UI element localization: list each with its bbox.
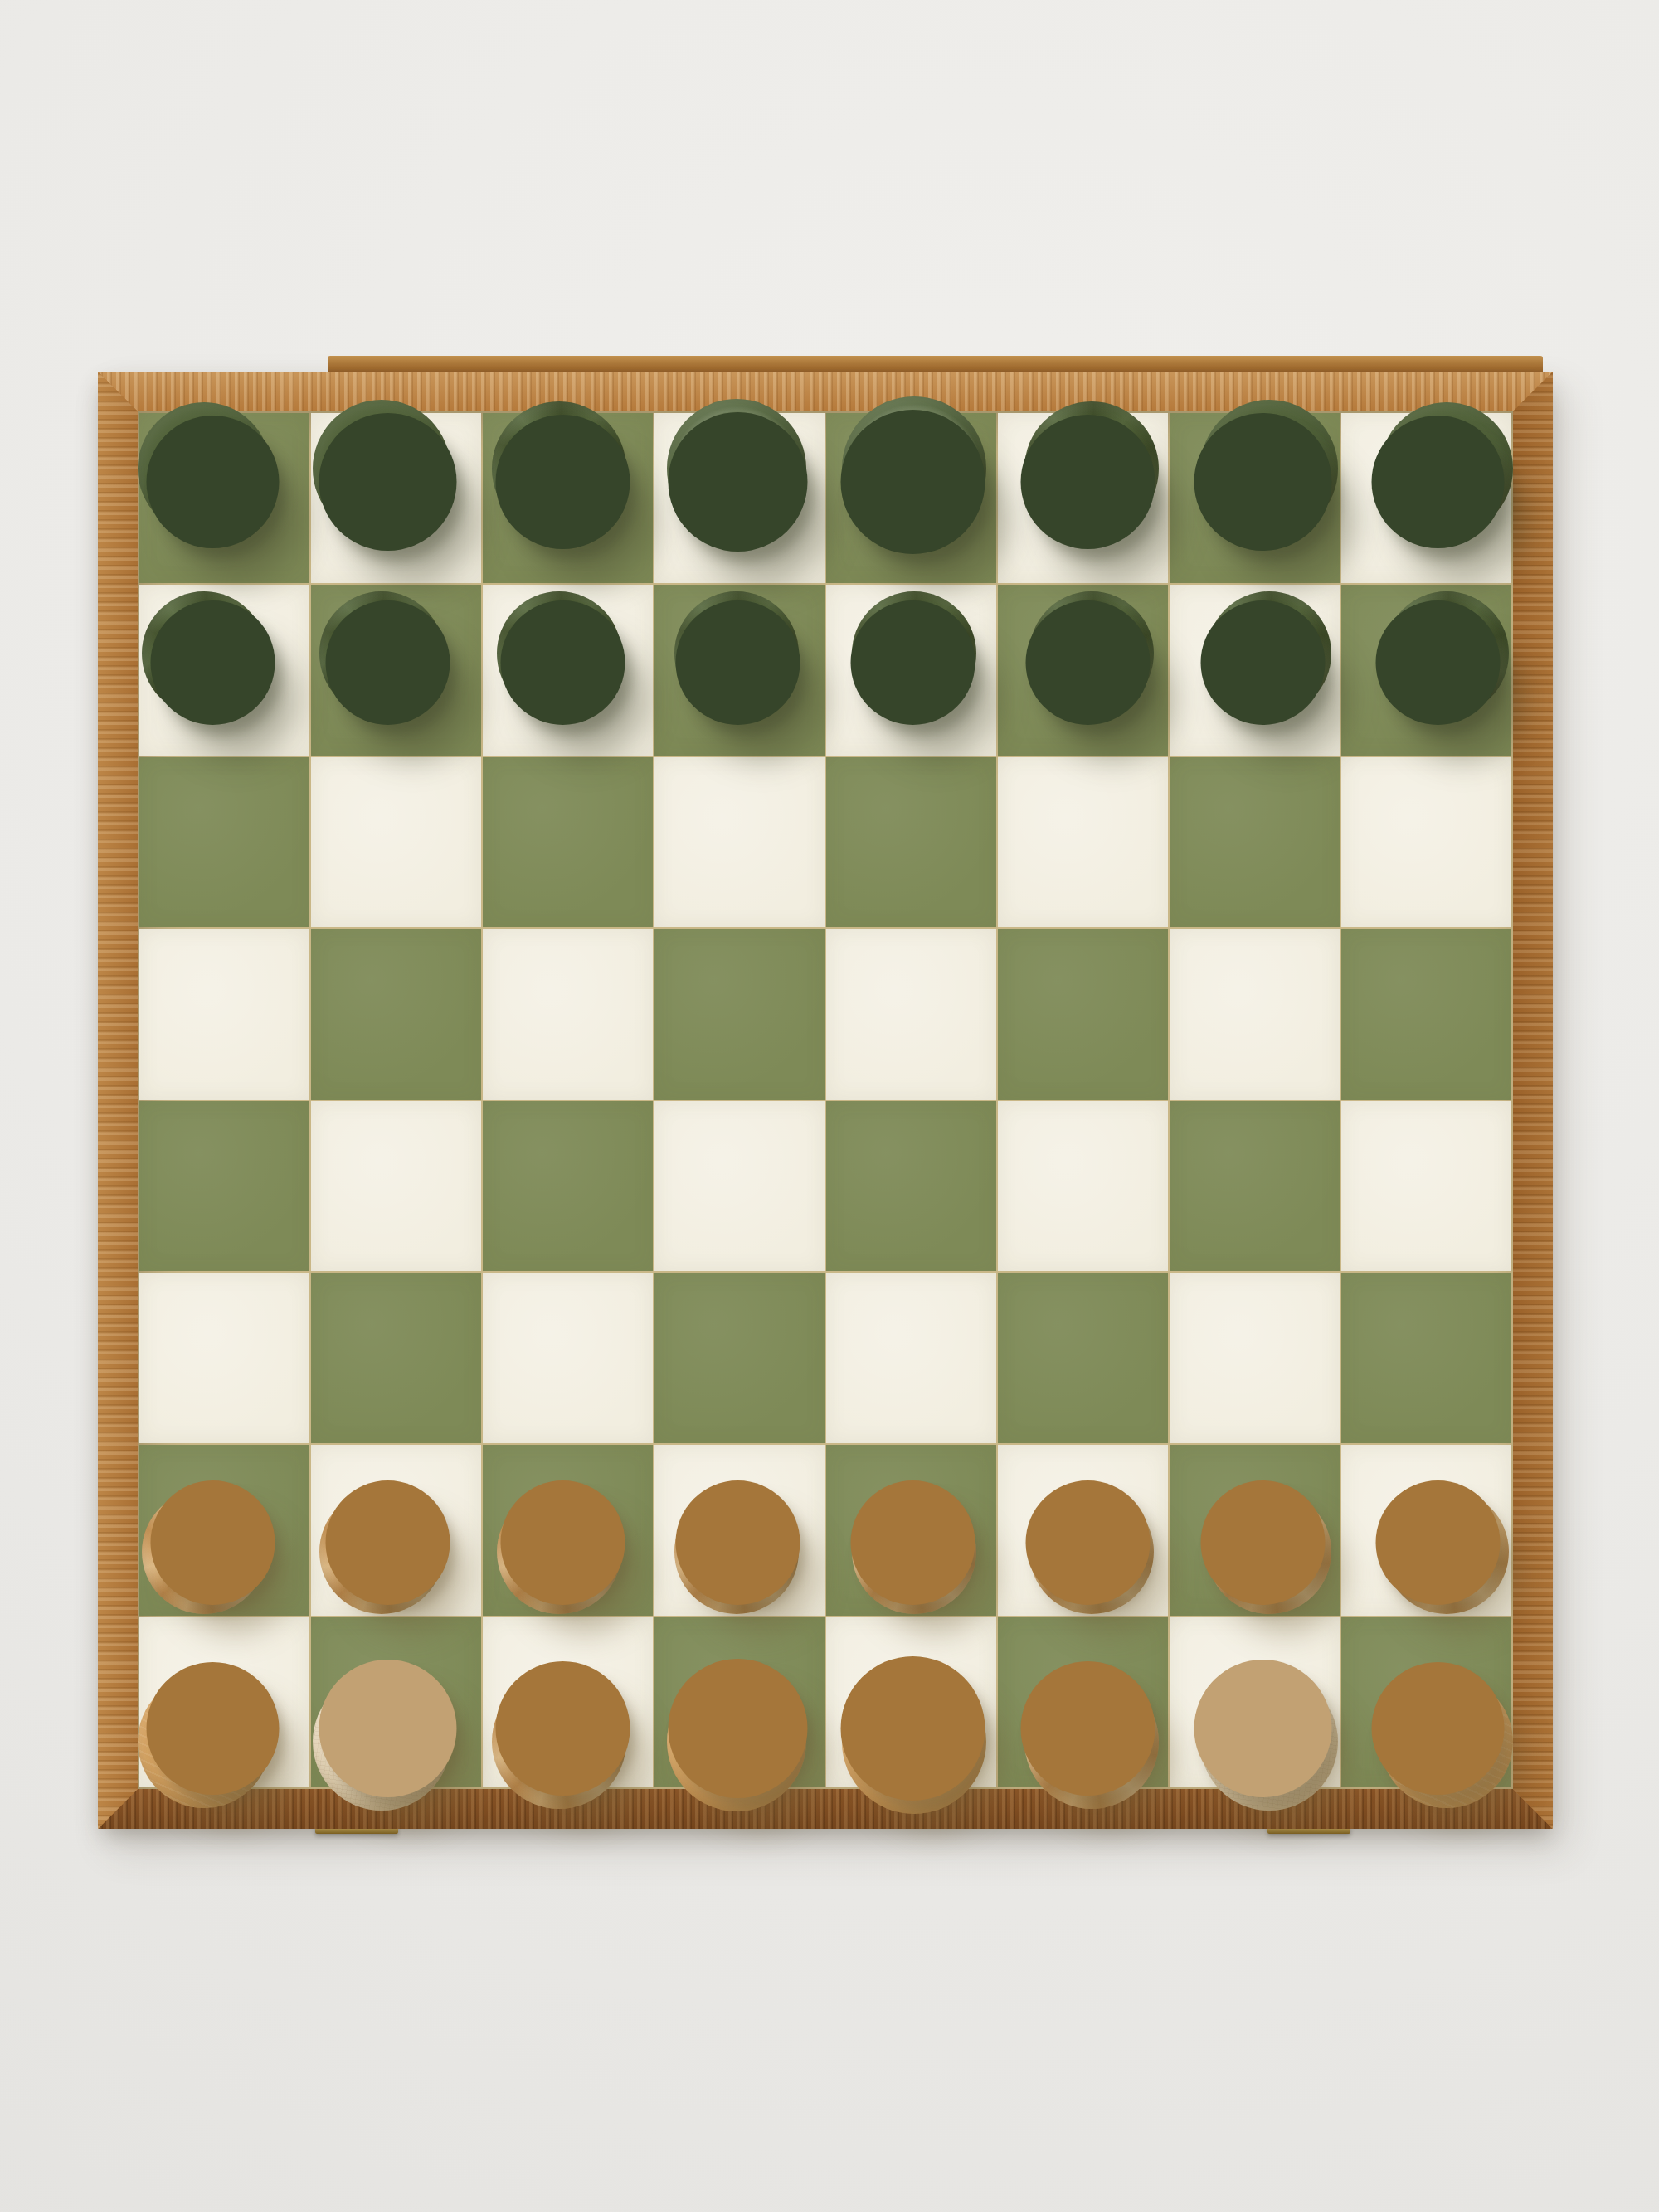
piece-black-queen-d8[interactable] xyxy=(667,399,806,538)
square-d5[interactable] xyxy=(654,929,825,1099)
square-c6[interactable] xyxy=(483,757,653,927)
frame-edge-top xyxy=(98,372,1553,411)
square-f4[interactable] xyxy=(998,1101,1168,1271)
square-e6[interactable] xyxy=(826,757,996,927)
square-c5[interactable] xyxy=(483,929,653,1099)
piece-white-knight-b1[interactable] xyxy=(313,1673,450,1811)
square-h5[interactable] xyxy=(1341,929,1511,1099)
square-b6[interactable] xyxy=(311,757,481,927)
piece-black-pawn-d7[interactable] xyxy=(674,591,799,716)
square-b4[interactable] xyxy=(311,1101,481,1271)
piece-white-pawn-e2[interactable] xyxy=(852,1490,976,1614)
piece-white-pawn-f2[interactable] xyxy=(1029,1490,1154,1614)
piece-white-bishop-c1[interactable] xyxy=(492,1675,626,1809)
square-a4[interactable] xyxy=(139,1101,309,1271)
piece-black-knight-g8[interactable] xyxy=(1200,400,1338,537)
square-a3[interactable] xyxy=(139,1273,309,1443)
piece-black-bishop-c8[interactable] xyxy=(492,401,626,536)
piece-black-rook-a8[interactable] xyxy=(138,402,270,535)
square-a5[interactable] xyxy=(139,929,309,1099)
frame-edge-bottom xyxy=(98,1789,1553,1829)
piece-black-pawn-f7[interactable] xyxy=(1029,591,1154,716)
square-a6[interactable] xyxy=(139,757,309,927)
piece-black-pawn-c7[interactable] xyxy=(497,591,621,716)
square-g3[interactable] xyxy=(1170,1273,1340,1443)
piece-white-pawn-h2[interactable] xyxy=(1384,1490,1509,1614)
square-e5[interactable] xyxy=(826,929,996,1099)
square-d4[interactable] xyxy=(654,1101,825,1271)
square-f6[interactable] xyxy=(998,757,1168,927)
square-b3[interactable] xyxy=(311,1273,481,1443)
piece-white-pawn-c2[interactable] xyxy=(497,1490,621,1614)
piece-white-king-e1[interactable] xyxy=(842,1670,986,1814)
piece-black-knight-b8[interactable] xyxy=(313,400,450,537)
piece-white-knight-g1[interactable] xyxy=(1200,1673,1338,1811)
piece-white-pawn-a2[interactable] xyxy=(142,1490,266,1614)
square-g6[interactable] xyxy=(1170,757,1340,927)
piece-white-rook-a1[interactable] xyxy=(138,1675,270,1808)
piece-black-pawn-h7[interactable] xyxy=(1384,591,1509,716)
piece-black-pawn-a7[interactable] xyxy=(142,591,266,716)
piece-black-king-e8[interactable] xyxy=(842,396,986,541)
frame-edge-right xyxy=(1513,372,1553,1829)
square-h4[interactable] xyxy=(1341,1101,1511,1271)
square-c4[interactable] xyxy=(483,1101,653,1271)
square-c3[interactable] xyxy=(483,1273,653,1443)
piece-black-pawn-e7[interactable] xyxy=(852,591,976,716)
square-e3[interactable] xyxy=(826,1273,996,1443)
photo-background xyxy=(0,0,1659,2212)
square-h3[interactable] xyxy=(1341,1273,1511,1443)
square-h6[interactable] xyxy=(1341,757,1511,927)
square-g5[interactable] xyxy=(1170,929,1340,1099)
square-d3[interactable] xyxy=(654,1273,825,1443)
square-g4[interactable] xyxy=(1170,1101,1340,1271)
piece-black-rook-h8[interactable] xyxy=(1380,402,1513,535)
chess-board xyxy=(98,372,1553,1829)
piece-white-pawn-b2[interactable] xyxy=(319,1490,444,1614)
square-e4[interactable] xyxy=(826,1101,996,1271)
piece-white-pawn-g2[interactable] xyxy=(1207,1490,1331,1614)
square-f3[interactable] xyxy=(998,1273,1168,1443)
square-f5[interactable] xyxy=(998,929,1168,1099)
piece-white-queen-d1[interactable] xyxy=(667,1672,806,1811)
piece-white-bishop-f1[interactable] xyxy=(1024,1675,1159,1809)
piece-black-pawn-b7[interactable] xyxy=(319,591,444,716)
square-d6[interactable] xyxy=(654,757,825,927)
piece-black-pawn-g7[interactable] xyxy=(1207,591,1331,716)
piece-white-rook-h1[interactable] xyxy=(1380,1675,1513,1808)
board-grid xyxy=(138,411,1513,1789)
square-b5[interactable] xyxy=(311,929,481,1099)
frame-edge-left xyxy=(98,372,138,1829)
piece-white-pawn-d2[interactable] xyxy=(674,1490,799,1614)
piece-black-bishop-f8[interactable] xyxy=(1024,401,1159,536)
